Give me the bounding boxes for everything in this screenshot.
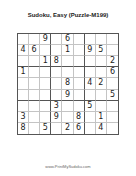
sudoku-cell-r8c1: 3 [18, 112, 29, 123]
sudoku-cell-r3c9: 2 [107, 56, 118, 67]
sudoku-cell-r1c1[interactable] [18, 34, 29, 45]
sudoku-cell-r2c8: 5 [96, 45, 107, 56]
sudoku-cell-r1c9[interactable] [107, 34, 118, 45]
sudoku-cell-r7c9[interactable] [107, 101, 118, 112]
sudoku-cell-r8c9[interactable] [107, 112, 118, 123]
sudoku-cell-r7c6[interactable] [74, 101, 85, 112]
sudoku-cell-r6c1[interactable] [18, 90, 29, 101]
sudoku-cell-r9c6: 6 [74, 123, 85, 134]
sudoku-cell-r9c4[interactable] [51, 123, 62, 134]
sudoku-board: 9646195182168429535398185264 [17, 33, 119, 135]
sudoku-cell-r2c3[interactable] [40, 45, 51, 56]
sudoku-cell-r1c7[interactable] [85, 34, 96, 45]
sudoku-cell-r6c8[interactable] [96, 90, 107, 101]
sudoku-cell-r2c4[interactable] [51, 45, 62, 56]
sudoku-cell-r5c8: 2 [96, 78, 107, 89]
sudoku-cell-r5c2[interactable] [29, 78, 40, 89]
sudoku-cell-r4c1: 1 [18, 67, 29, 78]
sudoku-cell-r3c6[interactable] [74, 56, 85, 67]
sudoku-cell-r5c9[interactable] [107, 78, 118, 89]
sudoku-cell-r5c4[interactable] [51, 78, 62, 89]
sudoku-cell-r3c3: 1 [40, 56, 51, 67]
sudoku-cell-r5c3[interactable] [40, 78, 51, 89]
sudoku-cell-r8c6: 8 [74, 112, 85, 123]
sudoku-cell-r8c4: 9 [51, 112, 62, 123]
sudoku-cell-r5c7: 4 [85, 78, 96, 89]
sudoku-cell-r3c7[interactable] [85, 56, 96, 67]
sudoku-cell-r1c6[interactable] [74, 34, 85, 45]
sudoku-cell-r2c6[interactable] [74, 45, 85, 56]
sudoku-cell-r6c7[interactable] [85, 90, 96, 101]
sudoku-cell-r6c9: 5 [107, 90, 118, 101]
sudoku-cell-r6c4[interactable] [51, 90, 62, 101]
sudoku-cell-r4c9: 6 [107, 67, 118, 78]
sudoku-cell-r1c3: 9 [40, 34, 51, 45]
sudoku-cell-r1c2[interactable] [29, 34, 40, 45]
sudoku-page: Sudoku, Easy (Puzzle-M199) 9646195182168… [0, 0, 136, 176]
sudoku-cell-r8c5[interactable] [62, 112, 73, 123]
sudoku-cell-r7c3[interactable] [40, 101, 51, 112]
sudoku-cell-r4c6[interactable] [74, 67, 85, 78]
sudoku-cell-r3c5[interactable] [62, 56, 73, 67]
sudoku-cell-r9c8: 4 [96, 123, 107, 134]
sudoku-cell-r5c1[interactable] [18, 78, 29, 89]
sudoku-cell-r9c5: 2 [62, 123, 73, 134]
sudoku-cell-r9c9[interactable] [107, 123, 118, 134]
sudoku-cell-r1c8[interactable] [96, 34, 107, 45]
sudoku-cell-r9c2[interactable] [29, 123, 40, 134]
sudoku-cell-r7c1[interactable] [18, 101, 29, 112]
sudoku-cell-r6c6[interactable] [74, 90, 85, 101]
sudoku-cell-r4c4[interactable] [51, 67, 62, 78]
sudoku-cell-r6c3[interactable] [40, 90, 51, 101]
sudoku-cell-r2c7: 9 [85, 45, 96, 56]
sudoku-cell-r7c7: 5 [85, 101, 96, 112]
sudoku-cell-r4c7[interactable] [85, 67, 96, 78]
sudoku-cell-r7c2[interactable] [29, 101, 40, 112]
sudoku-cell-r2c1: 4 [18, 45, 29, 56]
sudoku-cell-r2c9[interactable] [107, 45, 118, 56]
sudoku-cell-r6c2[interactable] [29, 90, 40, 101]
sudoku-cell-r2c5: 1 [62, 45, 73, 56]
sudoku-cell-r8c2[interactable] [29, 112, 40, 123]
sudoku-cell-r5c6[interactable] [74, 78, 85, 89]
sudoku-cell-r8c8: 1 [96, 112, 107, 123]
sudoku-cell-r3c4: 8 [51, 56, 62, 67]
sudoku-cell-r8c3[interactable] [40, 112, 51, 123]
footer-url: www.PrintMySudoku.com [0, 164, 136, 169]
sudoku-cell-r7c5[interactable] [62, 101, 73, 112]
sudoku-cell-r7c8[interactable] [96, 101, 107, 112]
sudoku-cell-r4c3[interactable] [40, 67, 51, 78]
puzzle-title: Sudoku, Easy (Puzzle-M199) [0, 12, 136, 18]
sudoku-cell-r9c3: 5 [40, 123, 51, 134]
sudoku-cell-r6c5: 9 [62, 90, 73, 101]
sudoku-cell-r3c2[interactable] [29, 56, 40, 67]
sudoku-cell-r1c4[interactable] [51, 34, 62, 45]
sudoku-cell-r3c1[interactable] [18, 56, 29, 67]
sudoku-cell-r5c5: 8 [62, 78, 73, 89]
sudoku-cell-r4c2[interactable] [29, 67, 40, 78]
sudoku-cell-r9c1: 8 [18, 123, 29, 134]
sudoku-cell-r4c8[interactable] [96, 67, 107, 78]
sudoku-cell-r7c4: 3 [51, 101, 62, 112]
sudoku-cell-r9c7[interactable] [85, 123, 96, 134]
sudoku-cell-r2c2: 6 [29, 45, 40, 56]
sudoku-cell-r1c5: 6 [62, 34, 73, 45]
sudoku-cell-r3c8[interactable] [96, 56, 107, 67]
sudoku-cell-r4c5[interactable] [62, 67, 73, 78]
sudoku-cell-r8c7[interactable] [85, 112, 96, 123]
